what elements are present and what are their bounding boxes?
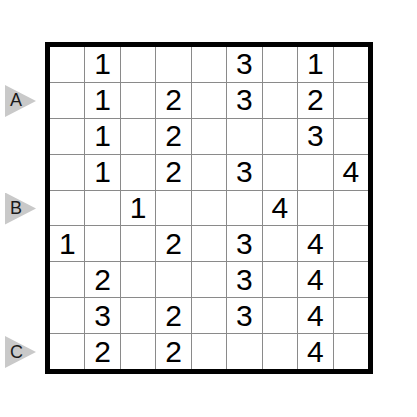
arrow-label: C xyxy=(5,342,23,363)
cell-r5c3: 1 xyxy=(121,191,155,226)
cell-r4c5[interactable] xyxy=(192,155,226,190)
cell-r2c5[interactable] xyxy=(192,83,226,118)
cell-r1c1[interactable] xyxy=(50,47,84,82)
cell-r3c5[interactable] xyxy=(192,119,226,154)
cell-r1c8: 1 xyxy=(298,47,332,82)
cell-r9c5[interactable] xyxy=(192,334,226,369)
cell-r4c1[interactable] xyxy=(50,155,84,190)
cell-r8c4: 2 xyxy=(156,298,190,333)
cell-r8c5[interactable] xyxy=(192,298,226,333)
cell-r2c1[interactable] xyxy=(50,83,84,118)
cell-r7c2: 2 xyxy=(85,262,119,297)
cell-r9c6[interactable] xyxy=(227,334,261,369)
cell-r9c9[interactable] xyxy=(334,334,368,369)
cell-r5c5[interactable] xyxy=(192,191,226,226)
cell-r1c4[interactable] xyxy=(156,47,190,82)
cell-r2c6: 3 xyxy=(227,83,261,118)
puzzle-page: 131123212312341412342343234224 ABC xyxy=(0,0,417,417)
cell-r9c1[interactable] xyxy=(50,334,84,369)
cell-r4c7[interactable] xyxy=(263,155,297,190)
cell-r6c5[interactable] xyxy=(192,226,226,261)
cell-r4c8[interactable] xyxy=(298,155,332,190)
cell-r2c9[interactable] xyxy=(334,83,368,118)
cell-r7c1[interactable] xyxy=(50,262,84,297)
cell-r6c4: 2 xyxy=(156,226,190,261)
cell-r8c6: 3 xyxy=(227,298,261,333)
cell-r4c2: 1 xyxy=(85,155,119,190)
cell-r1c7[interactable] xyxy=(263,47,297,82)
cell-r5c4[interactable] xyxy=(156,191,190,226)
cell-r7c4[interactable] xyxy=(156,262,190,297)
cell-r6c8: 4 xyxy=(298,226,332,261)
cell-r7c3[interactable] xyxy=(121,262,155,297)
cell-r6c7[interactable] xyxy=(263,226,297,261)
answer-arrow-A-icon: A xyxy=(5,85,36,117)
cell-r2c4: 2 xyxy=(156,83,190,118)
cell-r3c6[interactable] xyxy=(227,119,261,154)
answer-arrow-B-icon: B xyxy=(5,193,36,225)
cell-r3c4: 2 xyxy=(156,119,190,154)
cell-r6c3[interactable] xyxy=(121,226,155,261)
cell-r2c3[interactable] xyxy=(121,83,155,118)
cell-r8c3[interactable] xyxy=(121,298,155,333)
cell-r7c7[interactable] xyxy=(263,262,297,297)
cell-r7c9[interactable] xyxy=(334,262,368,297)
cell-r1c5[interactable] xyxy=(192,47,226,82)
cell-r2c8: 2 xyxy=(298,83,332,118)
cell-r9c3[interactable] xyxy=(121,334,155,369)
cell-r2c2: 1 xyxy=(85,83,119,118)
cell-r6c6: 3 xyxy=(227,226,261,261)
cell-r4c4: 2 xyxy=(156,155,190,190)
cell-r4c3[interactable] xyxy=(121,155,155,190)
cell-r5c8[interactable] xyxy=(298,191,332,226)
cell-r5c9[interactable] xyxy=(334,191,368,226)
cell-r3c1[interactable] xyxy=(50,119,84,154)
cell-r3c2: 1 xyxy=(85,119,119,154)
cell-r7c8: 4 xyxy=(298,262,332,297)
cell-r5c1[interactable] xyxy=(50,191,84,226)
cell-r7c5[interactable] xyxy=(192,262,226,297)
puzzle-board: 131123212312341412342343234224 xyxy=(45,42,373,374)
cell-r9c8: 4 xyxy=(298,334,332,369)
cell-r8c9[interactable] xyxy=(334,298,368,333)
cell-r5c7: 4 xyxy=(263,191,297,226)
cell-r1c9[interactable] xyxy=(334,47,368,82)
cell-r4c9: 4 xyxy=(334,155,368,190)
answer-arrow-C-icon: C xyxy=(5,336,36,368)
cell-r6c1: 1 xyxy=(50,226,84,261)
cell-r8c1[interactable] xyxy=(50,298,84,333)
cell-r4c6: 3 xyxy=(227,155,261,190)
cell-r9c4: 2 xyxy=(156,334,190,369)
cell-r6c9[interactable] xyxy=(334,226,368,261)
cell-r8c8: 4 xyxy=(298,298,332,333)
cell-r3c3[interactable] xyxy=(121,119,155,154)
arrow-label: A xyxy=(5,90,22,111)
cell-r9c7[interactable] xyxy=(263,334,297,369)
cell-r8c2: 3 xyxy=(85,298,119,333)
cell-r5c2[interactable] xyxy=(85,191,119,226)
arrow-label: B xyxy=(5,198,22,219)
cell-r1c6: 3 xyxy=(227,47,261,82)
cell-r1c3[interactable] xyxy=(121,47,155,82)
cell-r6c2[interactable] xyxy=(85,226,119,261)
cell-r5c6[interactable] xyxy=(227,191,261,226)
cell-r3c8: 3 xyxy=(298,119,332,154)
cell-r3c9[interactable] xyxy=(334,119,368,154)
cell-r8c7[interactable] xyxy=(263,298,297,333)
cell-r3c7[interactable] xyxy=(263,119,297,154)
cell-r1c2: 1 xyxy=(85,47,119,82)
cell-r7c6: 3 xyxy=(227,262,261,297)
cell-r9c2: 2 xyxy=(85,334,119,369)
cell-r2c7[interactable] xyxy=(263,83,297,118)
